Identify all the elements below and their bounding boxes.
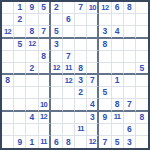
- cell-r2c2[interactable]: 2: [14, 14, 26, 26]
- cell-r4c2[interactable]: 5: [14, 39, 26, 51]
- cell-r3c9[interactable]: 3: [99, 26, 111, 38]
- cell-r8c10[interactable]: [112, 87, 124, 99]
- cell-r4c1[interactable]: [2, 39, 14, 51]
- cell-r12c9[interactable]: 7: [99, 136, 111, 148]
- cell-r11c7[interactable]: 11: [75, 124, 87, 136]
- cell-r9c2[interactable]: [14, 99, 26, 111]
- cell-r6c10[interactable]: [112, 63, 124, 75]
- cell-r7c8[interactable]: 7: [87, 75, 99, 87]
- cell-r5c11[interactable]: [124, 51, 136, 63]
- cell-r3c8[interactable]: [87, 26, 99, 38]
- cell-r4c4[interactable]: [39, 39, 51, 51]
- cell-r12c10[interactable]: 5: [112, 136, 124, 148]
- cell-r7c11[interactable]: [124, 75, 136, 87]
- cell-r7c6[interactable]: 12: [63, 75, 75, 87]
- cell-r9c10[interactable]: 8: [112, 99, 124, 111]
- cell-r8c1[interactable]: [2, 87, 14, 99]
- cell-r9c8[interactable]: 4: [87, 99, 99, 111]
- cell-r2c1[interactable]: [2, 14, 14, 26]
- cell-r11c9[interactable]: [99, 124, 111, 136]
- cell-r6c3[interactable]: 2: [26, 63, 38, 75]
- cell-r10c2[interactable]: [14, 112, 26, 124]
- cell-r11c5[interactable]: [51, 124, 63, 136]
- cell-r1c11[interactable]: 8: [124, 2, 136, 14]
- cell-r4c10[interactable]: [112, 39, 124, 51]
- cell-r4c6[interactable]: [63, 39, 75, 51]
- cell-r8c12[interactable]: [136, 87, 148, 99]
- cell-r6c1[interactable]: [2, 63, 14, 75]
- cell-r1c8[interactable]: 10: [87, 2, 99, 14]
- cell-r12c6[interactable]: 8: [63, 136, 75, 148]
- cell-r3c7[interactable]: [75, 26, 87, 38]
- cell-r6c9[interactable]: [99, 63, 111, 75]
- cell-r1c10[interactable]: 6: [112, 2, 124, 14]
- cell-r10c3[interactable]: 4: [26, 112, 38, 124]
- sudoku-board: 1952710126826128753451238872121185812371…: [0, 0, 150, 150]
- cell-r12c1[interactable]: [2, 136, 14, 148]
- cell-r4c7[interactable]: [75, 39, 87, 51]
- cell-r2c11[interactable]: [124, 14, 136, 26]
- cell-r6c11[interactable]: [124, 63, 136, 75]
- cell-r11c2[interactable]: [14, 124, 26, 136]
- cell-r10c7[interactable]: [75, 112, 87, 124]
- cell-r5c4[interactable]: 8: [39, 51, 51, 63]
- cell-r3c10[interactable]: 4: [112, 26, 124, 38]
- cell-r1c4[interactable]: 5: [39, 2, 51, 14]
- cell-r9c11[interactable]: 7: [124, 99, 136, 111]
- cell-r7c9[interactable]: [99, 75, 111, 87]
- cell-r8c9[interactable]: 5: [99, 87, 111, 99]
- cell-r3c5[interactable]: 5: [51, 26, 63, 38]
- cell-r3c4[interactable]: 7: [39, 26, 51, 38]
- cell-r8c4[interactable]: [39, 87, 51, 99]
- cell-r1c1[interactable]: [2, 2, 14, 14]
- cell-r10c5[interactable]: [51, 112, 63, 124]
- cell-r2c12[interactable]: [136, 14, 148, 26]
- cell-r8c8[interactable]: [87, 87, 99, 99]
- cell-r9c5[interactable]: [51, 99, 63, 111]
- cell-r7c1[interactable]: 8: [2, 75, 14, 87]
- cell-r10c4[interactable]: 12: [39, 112, 51, 124]
- cell-r5c8[interactable]: [87, 51, 99, 63]
- cell-r1c6[interactable]: [63, 2, 75, 14]
- cell-r11c12[interactable]: [136, 124, 148, 136]
- cell-r7c3[interactable]: [26, 75, 38, 87]
- cell-r6c4[interactable]: [39, 63, 51, 75]
- cell-r11c10[interactable]: [112, 124, 124, 136]
- cell-r5c5[interactable]: [51, 51, 63, 63]
- cell-r10c1[interactable]: [2, 112, 14, 124]
- cell-r9c1[interactable]: [2, 99, 14, 111]
- cell-r10c11[interactable]: [124, 112, 136, 124]
- cell-r9c3[interactable]: [26, 99, 38, 111]
- cell-r11c4[interactable]: [39, 124, 51, 136]
- cell-r2c10[interactable]: [112, 14, 124, 26]
- cell-r1c3[interactable]: 9: [26, 2, 38, 14]
- cell-r4c11[interactable]: [124, 39, 136, 51]
- cell-r6c6[interactable]: 11: [63, 63, 75, 75]
- cell-r8c6[interactable]: [63, 87, 75, 99]
- cell-r12c11[interactable]: 3: [124, 136, 136, 148]
- cell-r11c3[interactable]: [26, 124, 38, 136]
- cell-r7c4[interactable]: [39, 75, 51, 87]
- cell-r9c7[interactable]: [75, 99, 87, 111]
- cell-r8c3[interactable]: [26, 87, 38, 99]
- cell-r10c8[interactable]: 3: [87, 112, 99, 124]
- cell-r5c3[interactable]: [26, 51, 38, 63]
- cell-r9c9[interactable]: [99, 99, 111, 111]
- cell-r11c6[interactable]: [63, 124, 75, 136]
- cell-r12c5[interactable]: 6: [51, 136, 63, 148]
- cell-r10c12[interactable]: 8: [136, 112, 148, 124]
- cell-r8c5[interactable]: [51, 87, 63, 99]
- cell-r7c5[interactable]: [51, 75, 63, 87]
- cell-r2c3[interactable]: [26, 14, 38, 26]
- cell-r7c2[interactable]: [14, 75, 26, 87]
- cell-r5c9[interactable]: [99, 51, 111, 63]
- cell-r5c1[interactable]: [2, 51, 14, 63]
- cell-r4c5[interactable]: 3: [51, 39, 63, 51]
- cell-r8c11[interactable]: [124, 87, 136, 99]
- cell-r8c7[interactable]: 2: [75, 87, 87, 99]
- cell-r4c8[interactable]: [87, 39, 99, 51]
- cell-r2c8[interactable]: [87, 14, 99, 26]
- cell-r6c12[interactable]: 5: [136, 63, 148, 75]
- cell-r6c8[interactable]: [87, 63, 99, 75]
- cell-r11c8[interactable]: [87, 124, 99, 136]
- cell-r1c12[interactable]: [136, 2, 148, 14]
- cell-r2c6[interactable]: 6: [63, 14, 75, 26]
- cell-r12c3[interactable]: 1: [26, 136, 38, 148]
- cell-r12c4[interactable]: 11: [39, 136, 51, 148]
- cell-r5c2[interactable]: [14, 51, 26, 63]
- cell-r4c12[interactable]: [136, 39, 148, 51]
- cell-r2c4[interactable]: [39, 14, 51, 26]
- cell-r11c11[interactable]: 6: [124, 124, 136, 136]
- cell-r7c12[interactable]: [136, 75, 148, 87]
- cell-r6c2[interactable]: [14, 63, 26, 75]
- cell-r2c7[interactable]: [75, 14, 87, 26]
- cell-r12c7[interactable]: [75, 136, 87, 148]
- cell-r11c1[interactable]: [2, 124, 14, 136]
- cell-r4c3[interactable]: 12: [26, 39, 38, 51]
- cell-r5c7[interactable]: [75, 51, 87, 63]
- cell-r2c5[interactable]: [51, 14, 63, 26]
- cell-r10c9[interactable]: 9: [99, 112, 111, 124]
- cell-r3c6[interactable]: [63, 26, 75, 38]
- cell-r10c10[interactable]: 11: [112, 112, 124, 124]
- cell-r7c7[interactable]: 3: [75, 75, 87, 87]
- cell-r9c4[interactable]: 10: [39, 99, 51, 111]
- cell-r3c11[interactable]: [124, 26, 136, 38]
- cell-r6c5[interactable]: 12: [51, 63, 63, 75]
- cell-r2c9[interactable]: [99, 14, 111, 26]
- cell-r12c12[interactable]: [136, 136, 148, 148]
- cell-r9c12[interactable]: [136, 99, 148, 111]
- cell-r6c7[interactable]: 8: [75, 63, 87, 75]
- cell-r3c12[interactable]: [136, 26, 148, 38]
- cell-r1c7[interactable]: 7: [75, 2, 87, 14]
- cell-r4c9[interactable]: 8: [99, 39, 111, 51]
- cell-r1c9[interactable]: 12: [99, 2, 111, 14]
- cell-r5c12[interactable]: [136, 51, 148, 63]
- cell-r12c2[interactable]: 9: [14, 136, 26, 148]
- cell-r1c5[interactable]: 2: [51, 2, 63, 14]
- cell-r5c10[interactable]: [112, 51, 124, 63]
- cell-r3c3[interactable]: 8: [26, 26, 38, 38]
- cell-r10c6[interactable]: [63, 112, 75, 124]
- cell-r1c2[interactable]: 1: [14, 2, 26, 14]
- cell-r7c10[interactable]: 1: [112, 75, 124, 87]
- cell-r12c8[interactable]: 12: [87, 136, 99, 148]
- cell-r5c6[interactable]: 7: [63, 51, 75, 63]
- cell-r3c2[interactable]: [14, 26, 26, 38]
- cell-r9c6[interactable]: [63, 99, 75, 111]
- cell-r3c1[interactable]: 12: [2, 26, 14, 38]
- cell-r8c2[interactable]: [14, 87, 26, 99]
